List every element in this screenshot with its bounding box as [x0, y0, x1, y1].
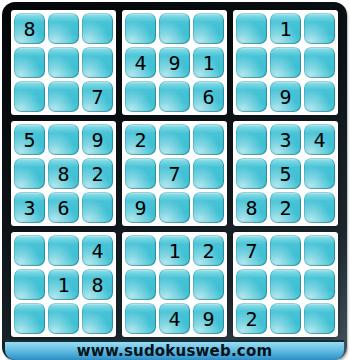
cell-r1c1[interactable]: 8 [14, 13, 45, 44]
cell-r2c8[interactable] [270, 47, 301, 78]
box-8: 1249 [122, 232, 227, 337]
cell-r6c3[interactable] [82, 192, 113, 223]
cell-r9c8[interactable] [270, 303, 301, 334]
cell-r5c7[interactable] [236, 158, 267, 189]
box-7: 418 [11, 232, 116, 337]
cell-r1c4[interactable] [125, 13, 156, 44]
cell-r1c8[interactable]: 1 [270, 13, 301, 44]
cell-r9c6[interactable]: 9 [193, 303, 224, 334]
cell-r8c8[interactable] [270, 269, 301, 300]
cell-r3c2[interactable] [48, 81, 79, 112]
cell-r2c3[interactable] [82, 47, 113, 78]
cell-r6c2[interactable]: 6 [48, 192, 79, 223]
cell-r7c7[interactable]: 7 [236, 235, 267, 266]
box-5: 279 [122, 121, 227, 226]
sudoku-page: 8749161959823627934582418124972 www.sudo… [0, 0, 350, 360]
cell-r1c9[interactable] [304, 13, 335, 44]
cell-r5c4[interactable] [125, 158, 156, 189]
cell-r7c3[interactable]: 4 [82, 235, 113, 266]
sudoku-board: 8749161959823627934582418124972 www.sudo… [2, 2, 347, 360]
cell-r2c9[interactable] [304, 47, 335, 78]
cell-r8c9[interactable] [304, 269, 335, 300]
cell-r1c6[interactable] [193, 13, 224, 44]
cell-r8c4[interactable] [125, 269, 156, 300]
box-1: 87 [11, 10, 116, 115]
cell-r3c7[interactable] [236, 81, 267, 112]
cell-r7c4[interactable] [125, 235, 156, 266]
cell-r5c6[interactable] [193, 158, 224, 189]
cell-r4c5[interactable] [159, 124, 190, 155]
cell-r9c4[interactable] [125, 303, 156, 334]
cell-r2c1[interactable] [14, 47, 45, 78]
cell-r6c6[interactable] [193, 192, 224, 223]
cell-r5c9[interactable] [304, 158, 335, 189]
cell-r2c4[interactable]: 4 [125, 47, 156, 78]
cell-r6c1[interactable]: 3 [14, 192, 45, 223]
cell-r7c6[interactable]: 2 [193, 235, 224, 266]
box-9: 72 [233, 232, 338, 337]
cell-r3c1[interactable] [14, 81, 45, 112]
cell-r8c7[interactable] [236, 269, 267, 300]
cell-r1c5[interactable] [159, 13, 190, 44]
cell-r9c2[interactable] [48, 303, 79, 334]
footer-bar: www.sudokusweb.com [5, 340, 344, 360]
cell-r6c9[interactable] [304, 192, 335, 223]
cell-r4c7[interactable] [236, 124, 267, 155]
box-4: 598236 [11, 121, 116, 226]
cell-r8c5[interactable] [159, 269, 190, 300]
cell-r8c3[interactable]: 8 [82, 269, 113, 300]
cell-r6c5[interactable] [159, 192, 190, 223]
cell-r2c2[interactable] [48, 47, 79, 78]
cell-r1c2[interactable] [48, 13, 79, 44]
cell-r6c4[interactable]: 9 [125, 192, 156, 223]
cell-r3c6[interactable]: 6 [193, 81, 224, 112]
cell-r5c5[interactable]: 7 [159, 158, 190, 189]
cell-r9c1[interactable] [14, 303, 45, 334]
cell-r6c8[interactable]: 2 [270, 192, 301, 223]
cell-r9c7[interactable]: 2 [236, 303, 267, 334]
cell-r2c6[interactable]: 1 [193, 47, 224, 78]
cell-r3c4[interactable] [125, 81, 156, 112]
cell-r2c5[interactable]: 9 [159, 47, 190, 78]
cell-r8c6[interactable] [193, 269, 224, 300]
cell-r5c1[interactable] [14, 158, 45, 189]
cell-r9c3[interactable] [82, 303, 113, 334]
cell-r4c8[interactable]: 3 [270, 124, 301, 155]
cell-r3c3[interactable]: 7 [82, 81, 113, 112]
cell-r4c2[interactable] [48, 124, 79, 155]
cell-r1c7[interactable] [236, 13, 267, 44]
box-3: 19 [233, 10, 338, 115]
cell-r7c1[interactable] [14, 235, 45, 266]
cell-r9c9[interactable] [304, 303, 335, 334]
cell-r2c7[interactable] [236, 47, 267, 78]
cell-r3c9[interactable] [304, 81, 335, 112]
cell-r5c8[interactable]: 5 [270, 158, 301, 189]
cell-r6c7[interactable]: 8 [236, 192, 267, 223]
cell-r4c1[interactable]: 5 [14, 124, 45, 155]
board-grid: 8749161959823627934582418124972 [11, 10, 338, 337]
cell-r9c5[interactable]: 4 [159, 303, 190, 334]
site-url[interactable]: www.sudokusweb.com [77, 342, 272, 360]
cell-r4c9[interactable]: 4 [304, 124, 335, 155]
cell-r7c5[interactable]: 1 [159, 235, 190, 266]
cell-r3c5[interactable] [159, 81, 190, 112]
cell-r4c6[interactable] [193, 124, 224, 155]
box-2: 4916 [122, 10, 227, 115]
cell-r1c3[interactable] [82, 13, 113, 44]
cell-r4c4[interactable]: 2 [125, 124, 156, 155]
cell-r3c8[interactable]: 9 [270, 81, 301, 112]
cell-r7c2[interactable] [48, 235, 79, 266]
cell-r5c3[interactable]: 2 [82, 158, 113, 189]
cell-r7c9[interactable] [304, 235, 335, 266]
cell-r7c8[interactable] [270, 235, 301, 266]
cell-r4c3[interactable]: 9 [82, 124, 113, 155]
cell-r8c1[interactable] [14, 269, 45, 300]
box-6: 34582 [233, 121, 338, 226]
cell-r5c2[interactable]: 8 [48, 158, 79, 189]
cell-r8c2[interactable]: 1 [48, 269, 79, 300]
